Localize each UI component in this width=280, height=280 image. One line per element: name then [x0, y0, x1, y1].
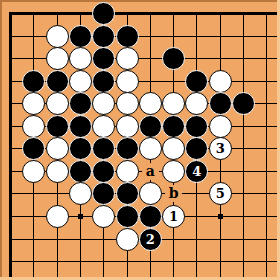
- image-edge-right: [277, 0, 280, 280]
- grid-line-horizontal: [10, 261, 277, 262]
- white-stone: [92, 115, 115, 138]
- white-stone: [139, 92, 162, 115]
- white-stone: [139, 182, 162, 205]
- black-stone: [116, 205, 139, 228]
- point-label: a: [142, 163, 159, 180]
- move-number-label: 2: [139, 228, 162, 251]
- white-stone: [209, 70, 232, 93]
- white-stone: [116, 228, 139, 251]
- black-stone: [162, 115, 185, 138]
- black-stone: [116, 137, 139, 160]
- black-stone: [69, 115, 92, 138]
- go-board: 12345ab: [0, 0, 280, 280]
- white-stone: [46, 92, 69, 115]
- black-stone: [46, 115, 69, 138]
- move-number-label: 5: [209, 182, 232, 205]
- white-stone: [162, 137, 185, 160]
- white-stone: [22, 160, 45, 183]
- star-point: [218, 214, 223, 219]
- black-stone: [209, 92, 232, 115]
- board-edge-line-left: [9, 12, 12, 280]
- black-stone: [69, 137, 92, 160]
- white-stone: [116, 160, 139, 183]
- board-edge-line-top: [9, 12, 280, 15]
- white-stone: [162, 160, 185, 183]
- white-stone: [46, 137, 69, 160]
- star-point: [78, 214, 83, 219]
- white-stone: [92, 92, 115, 115]
- black-stone: [185, 115, 208, 138]
- black-stone: [185, 70, 208, 93]
- white-stone: [69, 70, 92, 93]
- white-stone: [116, 47, 139, 70]
- black-stone: [116, 182, 139, 205]
- white-stone: [46, 205, 69, 228]
- white-stone: [116, 115, 139, 138]
- white-stone: [162, 92, 185, 115]
- black-stone: [232, 92, 255, 115]
- grid-line-vertical: [266, 13, 267, 277]
- move-number-label: 1: [162, 205, 185, 228]
- white-stone: [46, 160, 69, 183]
- black-stone: [92, 70, 115, 93]
- white-stone: [69, 47, 92, 70]
- black-stone: [92, 160, 115, 183]
- black-stone: [69, 25, 92, 48]
- move-number-label: 4: [185, 160, 208, 183]
- move-number-label: 3: [209, 137, 232, 160]
- grid-line-vertical: [243, 13, 244, 277]
- image-edge-left: [0, 0, 2, 280]
- black-stone: [139, 205, 162, 228]
- black-stone: [92, 182, 115, 205]
- black-stone: [92, 2, 115, 25]
- point-label: b: [165, 185, 182, 202]
- black-stone: [22, 137, 45, 160]
- black-stone: [185, 137, 208, 160]
- black-stone: [22, 70, 45, 93]
- white-stone: [209, 115, 232, 138]
- white-stone: [46, 25, 69, 48]
- black-stone: [92, 25, 115, 48]
- image-edge-top: [0, 0, 280, 2]
- black-stone: [69, 92, 92, 115]
- go-board-diagram: 12345ab: [0, 0, 280, 280]
- white-stone: [92, 205, 115, 228]
- black-stone: [139, 115, 162, 138]
- white-stone: [185, 92, 208, 115]
- black-stone: [162, 47, 185, 70]
- black-stone: [116, 25, 139, 48]
- black-stone: [92, 47, 115, 70]
- white-stone: [139, 137, 162, 160]
- black-stone: [92, 137, 115, 160]
- black-stone: [46, 70, 69, 93]
- white-stone: [116, 70, 139, 93]
- white-stone: [46, 47, 69, 70]
- white-stone: [22, 92, 45, 115]
- white-stone: [116, 92, 139, 115]
- black-stone: [69, 160, 92, 183]
- white-stone: [69, 182, 92, 205]
- white-stone: [22, 115, 45, 138]
